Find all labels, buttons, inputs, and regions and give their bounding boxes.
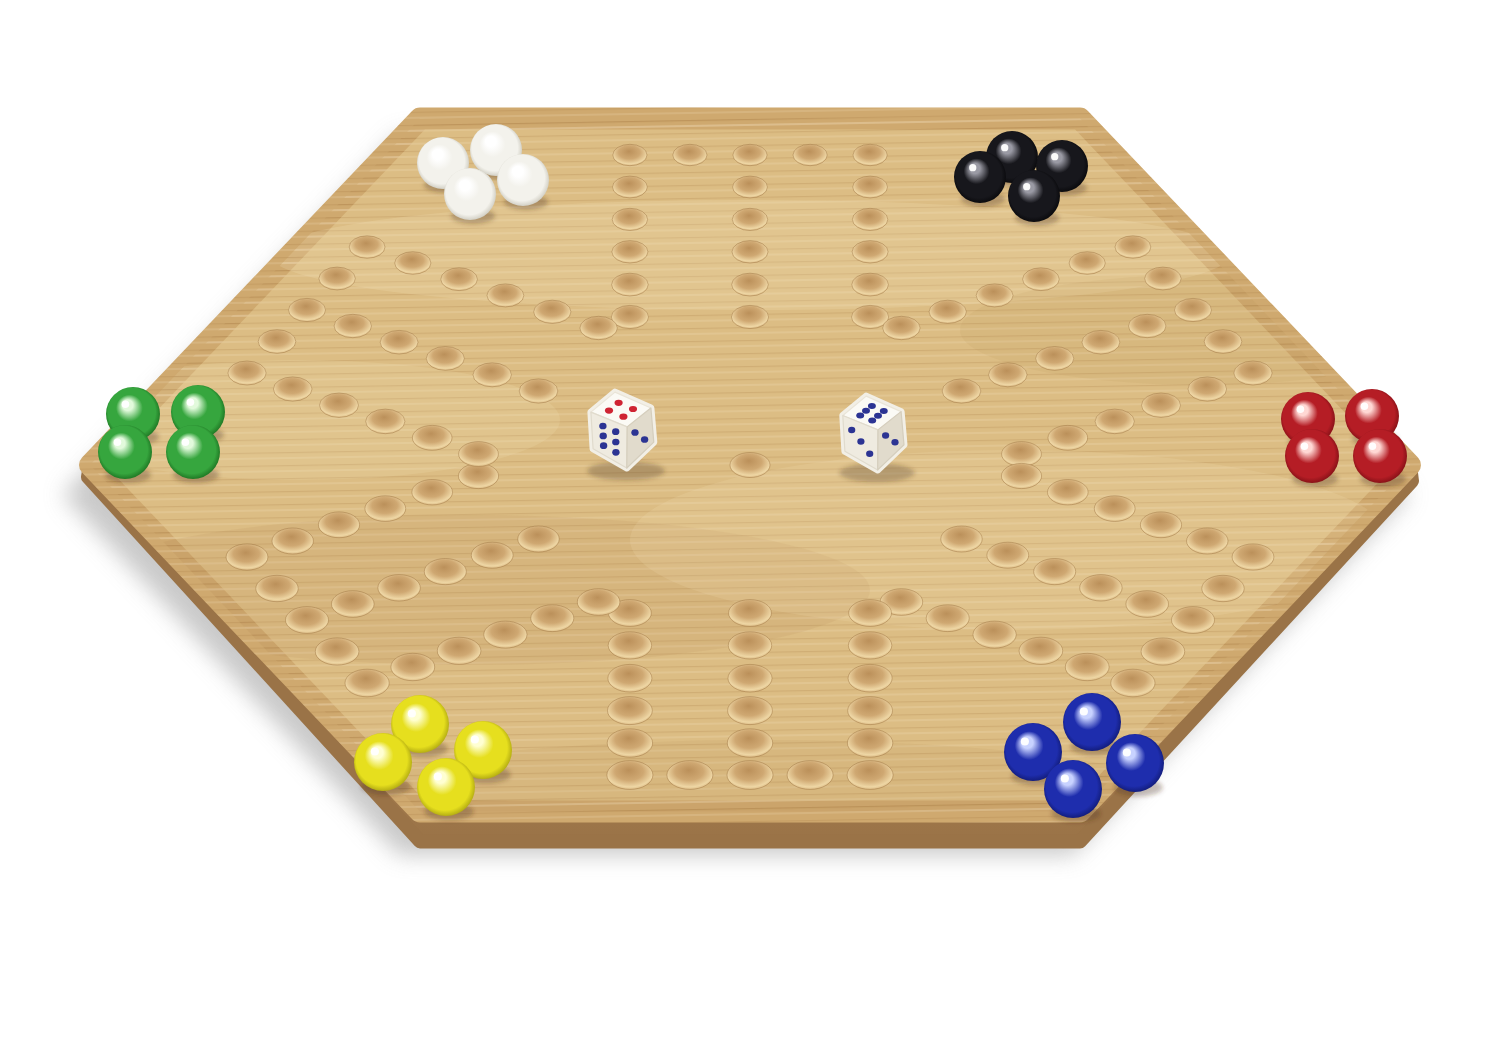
marble-highlight — [1080, 708, 1088, 716]
board-hole[interactable] — [847, 729, 892, 757]
board-hole[interactable] — [318, 512, 359, 538]
board-hole[interactable] — [319, 267, 355, 290]
board-hole[interactable] — [286, 607, 329, 634]
board-hole[interactable] — [258, 330, 296, 354]
die-pip — [599, 423, 606, 430]
board-hole[interactable] — [613, 176, 648, 198]
marble-highlight — [187, 399, 195, 407]
board-hole[interactable] — [315, 638, 359, 665]
board-hole[interactable] — [926, 605, 969, 632]
board-hole[interactable] — [607, 761, 653, 790]
board-hole[interactable] — [334, 314, 371, 337]
marble-green[interactable] — [98, 425, 152, 483]
board-hole[interactable] — [412, 480, 453, 505]
board-hole[interactable] — [852, 208, 887, 230]
board-hole[interactable] — [1048, 480, 1089, 505]
marble-green[interactable] — [166, 425, 220, 483]
board-hole[interactable] — [732, 273, 769, 296]
marble-highlight — [471, 736, 479, 744]
board-hole[interactable] — [226, 544, 268, 570]
board-hole[interactable] — [531, 605, 574, 632]
marble-highlight — [114, 439, 122, 447]
marble-yellow-ball[interactable] — [417, 758, 475, 816]
die-pip — [619, 414, 627, 420]
board-hole[interactable] — [1080, 575, 1122, 601]
board-hole[interactable] — [1234, 361, 1272, 385]
board-hole[interactable] — [458, 463, 498, 488]
board-hole[interactable] — [1069, 252, 1105, 275]
board-hole[interactable] — [1082, 330, 1120, 354]
board-hole[interactable] — [345, 669, 389, 697]
board-hole[interactable] — [272, 528, 313, 554]
board-hole[interactable] — [848, 664, 892, 692]
board-hole[interactable] — [1023, 268, 1060, 291]
marble-white[interactable] — [497, 154, 549, 210]
marble-highlight — [1021, 738, 1029, 746]
marble-highlight — [1361, 403, 1369, 411]
board-hole[interactable] — [1188, 377, 1227, 401]
board-hole[interactable] — [1065, 653, 1109, 680]
die-pip — [629, 406, 637, 412]
die-pip — [848, 427, 855, 434]
die-pip — [612, 449, 619, 456]
die-pip — [868, 417, 876, 423]
board-hole[interactable] — [1115, 236, 1151, 258]
board-hole[interactable] — [942, 379, 981, 403]
board-hole[interactable] — [459, 442, 499, 467]
board-hole[interactable] — [487, 284, 524, 307]
board-hole[interactable] — [349, 236, 385, 258]
board-hole[interactable] — [1140, 512, 1181, 538]
marble-highlight — [969, 164, 976, 171]
board-hole[interactable] — [580, 316, 617, 339]
marble-yellow[interactable] — [354, 733, 412, 795]
board-hole[interactable] — [730, 453, 770, 478]
die-pip — [641, 436, 648, 443]
board-hole[interactable] — [613, 144, 647, 165]
board-hole[interactable] — [228, 361, 266, 385]
board-hole[interactable] — [987, 542, 1029, 568]
marble-highlight — [434, 773, 442, 781]
marble-blue-ball[interactable] — [1063, 693, 1121, 751]
marble-blue-ball[interactable] — [1106, 734, 1164, 792]
board-hole[interactable] — [473, 363, 511, 387]
board-hole[interactable] — [941, 526, 982, 552]
aggravation-board — [0, 0, 1500, 1052]
die-pip — [605, 407, 613, 413]
board-hole[interactable] — [853, 144, 887, 165]
board-hole[interactable] — [1095, 409, 1134, 434]
die-pip — [862, 408, 870, 414]
board-hole[interactable] — [883, 316, 920, 339]
board-hole[interactable] — [1094, 496, 1135, 522]
marble-white-ball[interactable] — [497, 154, 549, 206]
board-hole[interactable] — [378, 575, 420, 601]
board-hole[interactable] — [847, 761, 893, 790]
marble-highlight — [432, 150, 439, 157]
board-hole[interactable] — [1111, 669, 1155, 697]
board-hole[interactable] — [731, 305, 768, 328]
marble-blue[interactable] — [1106, 734, 1164, 796]
marble-yellow-ball[interactable] — [354, 733, 412, 791]
board-hole[interactable] — [1002, 442, 1042, 467]
board-hole[interactable] — [787, 761, 833, 790]
board-hole[interactable] — [1204, 330, 1242, 354]
board-hole[interactable] — [289, 298, 326, 321]
board-hole[interactable] — [848, 697, 893, 725]
board-hole[interactable] — [853, 176, 888, 198]
board-hole[interactable] — [973, 621, 1016, 648]
board-hole[interactable] — [732, 241, 768, 263]
board-hole[interactable] — [1142, 393, 1181, 417]
board-hole[interactable] — [1034, 559, 1076, 585]
die-pip — [600, 433, 607, 440]
marble-highlight — [1061, 775, 1069, 783]
board-hole[interactable] — [608, 632, 651, 659]
board-hole[interactable] — [391, 653, 435, 680]
board-hole[interactable] — [256, 575, 298, 601]
marble-highlight — [485, 137, 492, 144]
marble-highlight — [459, 181, 466, 188]
marble-highlight — [1023, 183, 1030, 190]
marble-highlight — [122, 401, 130, 409]
marble-black[interactable] — [954, 151, 1006, 207]
board-hole[interactable] — [519, 379, 558, 403]
board-hole[interactable] — [1145, 267, 1181, 290]
board-hole[interactable] — [366, 409, 405, 434]
marble-blue-ball[interactable] — [1044, 760, 1102, 818]
board-hole[interactable] — [728, 697, 773, 725]
marble-red-ball[interactable] — [1353, 429, 1407, 483]
board-hole[interactable] — [852, 241, 888, 263]
marble-highlight — [371, 748, 379, 756]
board-hole[interactable] — [441, 268, 478, 291]
board-hole[interactable] — [1048, 425, 1088, 450]
board-hole[interactable] — [729, 600, 772, 627]
board-hole[interactable] — [1187, 528, 1228, 554]
board-hole[interactable] — [989, 363, 1027, 387]
board-hole[interactable] — [733, 176, 768, 198]
board-hole[interactable] — [728, 632, 771, 659]
marble-highlight — [1123, 749, 1131, 757]
die-pip — [882, 432, 889, 439]
marble-black-ball[interactable] — [1008, 170, 1060, 222]
board-hole[interactable] — [365, 496, 406, 522]
board-hole[interactable] — [1172, 607, 1215, 634]
marble-highlight — [1301, 443, 1309, 451]
marble-red-ball[interactable] — [1285, 429, 1339, 483]
board-hole[interactable] — [733, 144, 767, 165]
die-pip — [612, 428, 619, 435]
board-hole[interactable] — [849, 600, 892, 627]
board-hole[interactable] — [484, 621, 527, 648]
board-hole[interactable] — [380, 330, 418, 354]
marble-blue[interactable] — [1044, 760, 1102, 822]
marble-highlight — [182, 439, 190, 447]
die-pip — [600, 442, 607, 449]
board-hole[interactable] — [577, 589, 620, 616]
board-hole[interactable] — [1126, 591, 1169, 618]
die-pip — [874, 413, 882, 419]
marble-yellow[interactable] — [417, 758, 475, 820]
board-hole[interactable] — [608, 697, 653, 725]
die-pip — [857, 438, 864, 445]
board-hole[interactable] — [1202, 575, 1244, 601]
marble-highlight — [408, 710, 416, 718]
board-hole[interactable] — [437, 637, 481, 664]
marble-highlight — [1369, 443, 1377, 451]
board-hole[interactable] — [273, 377, 312, 401]
marble-highlight — [1051, 153, 1058, 160]
marble-highlight — [512, 167, 519, 174]
marble-green-ball[interactable] — [166, 425, 220, 479]
marble-black[interactable] — [1008, 170, 1060, 226]
board-hole[interactable] — [395, 252, 431, 275]
die-pip — [612, 439, 619, 446]
marble-green-ball[interactable] — [98, 425, 152, 479]
board-hole[interactable] — [1036, 347, 1074, 371]
marble-black-ball[interactable] — [954, 151, 1006, 203]
board-hole[interactable] — [612, 273, 649, 296]
marble-highlight — [1297, 406, 1305, 414]
board-hole[interactable] — [929, 300, 966, 323]
marble-white-ball[interactable] — [444, 168, 496, 220]
marble-red[interactable] — [1353, 429, 1407, 487]
board-hole[interactable] — [612, 208, 647, 230]
die-pip — [615, 400, 623, 406]
die-pip — [866, 450, 873, 457]
board-hole[interactable] — [852, 273, 889, 296]
board-hole[interactable] — [793, 144, 827, 165]
board-hole[interactable] — [673, 144, 707, 165]
board-hole[interactable] — [1141, 638, 1185, 665]
board-hole[interactable] — [976, 284, 1013, 307]
board-hole[interactable] — [332, 591, 375, 618]
board-hole[interactable] — [1019, 637, 1063, 664]
die-pip — [631, 429, 638, 436]
board-hole[interactable] — [320, 393, 359, 417]
die-pip — [856, 412, 864, 418]
board-hole[interactable] — [612, 241, 648, 263]
board-hole[interactable] — [471, 542, 513, 568]
board-hole[interactable] — [1232, 544, 1274, 570]
board-hole[interactable] — [727, 729, 772, 757]
die-left[interactable] — [587, 392, 665, 480]
board-hole[interactable] — [1129, 314, 1166, 337]
board-hole[interactable] — [732, 208, 767, 230]
die-pip — [868, 403, 876, 409]
die-pip — [891, 439, 898, 446]
board-hole[interactable] — [534, 300, 571, 323]
marble-red[interactable] — [1285, 429, 1339, 487]
board-hole[interactable] — [424, 559, 466, 585]
board-hole[interactable] — [518, 526, 559, 552]
board-hole[interactable] — [426, 347, 464, 371]
marble-highlight — [1001, 144, 1008, 151]
board-hole[interactable] — [607, 729, 652, 757]
board-hole[interactable] — [1175, 298, 1212, 321]
die-pip — [880, 408, 888, 414]
board-hole[interactable] — [412, 425, 452, 450]
board-hole[interactable] — [727, 761, 773, 790]
board-hole[interactable] — [608, 664, 652, 692]
marble-white[interactable] — [444, 168, 496, 224]
board-hole[interactable] — [667, 761, 713, 790]
aggravation-board-scene — [0, 0, 1500, 1052]
board-hole[interactable] — [1001, 463, 1041, 488]
board-hole[interactable] — [728, 664, 772, 692]
board-hole[interactable] — [848, 632, 891, 659]
